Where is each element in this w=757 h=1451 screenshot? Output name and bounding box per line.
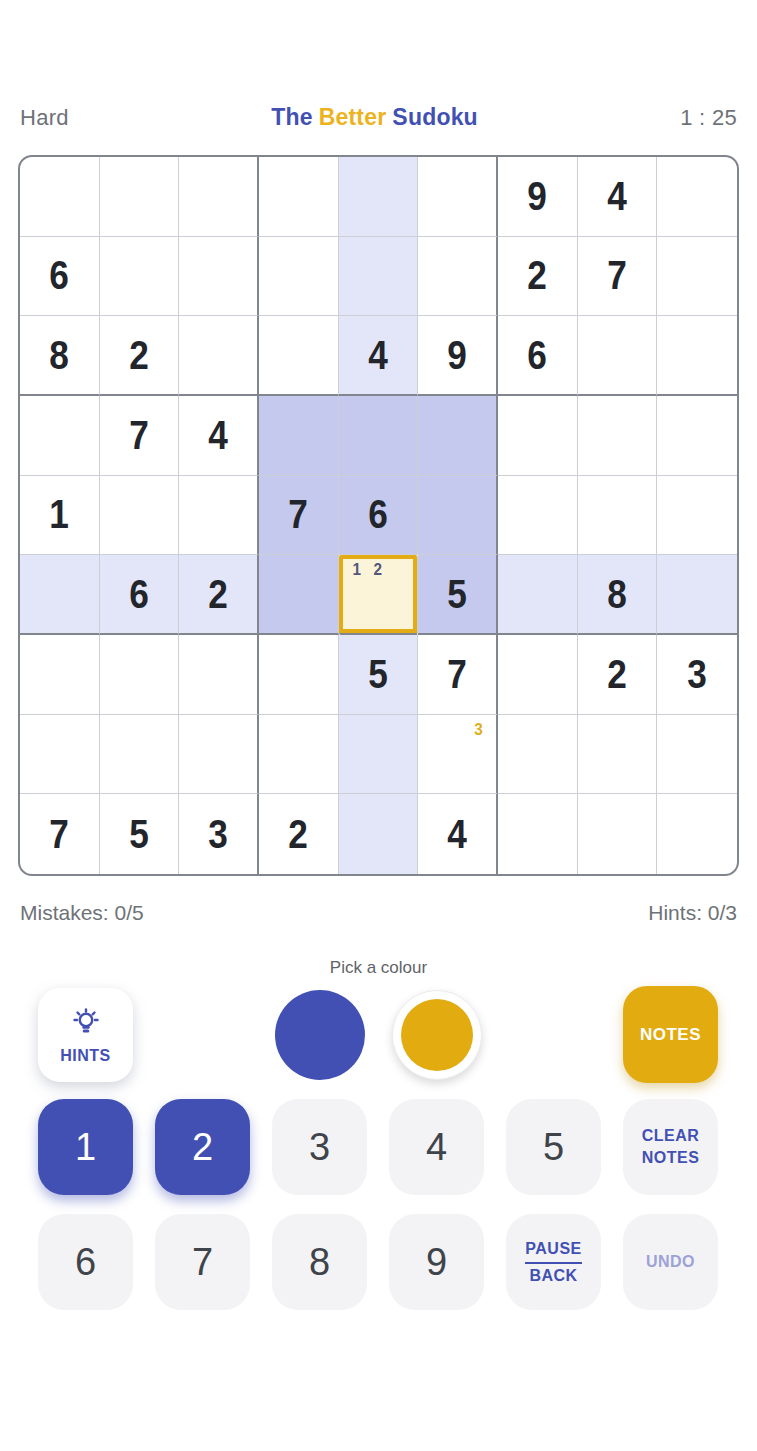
title-better: Better (319, 104, 387, 130)
numpad-7[interactable]: 7 (155, 1214, 250, 1310)
app-root: Hard TheBetterSudoku 1 : 25 946278249674… (0, 0, 757, 1451)
cell-value: 6 (129, 572, 149, 617)
cell-r1c7[interactable]: 9 (498, 157, 578, 237)
cell-r5c3[interactable] (179, 476, 259, 556)
numpad-5[interactable]: 5 (506, 1099, 601, 1195)
cell-r5c5[interactable]: 6 (339, 476, 419, 556)
cell-r7c7[interactable] (498, 635, 578, 715)
cell-value: 2 (528, 253, 548, 298)
cell-value: 4 (607, 174, 627, 219)
cell-value: 8 (607, 572, 627, 617)
cell-value: 7 (607, 253, 627, 298)
cell-r9c6[interactable]: 4 (418, 794, 498, 874)
cell-value: 3 (687, 652, 707, 697)
cell-r3c7[interactable]: 6 (498, 316, 578, 396)
cell-r4c6[interactable] (418, 396, 498, 476)
cell-r3c9[interactable] (657, 316, 737, 396)
cell-r4c7[interactable] (498, 396, 578, 476)
cell-r7c1[interactable] (20, 635, 100, 715)
hints-counter: Hints: 0/3 (648, 901, 737, 925)
numpad-8[interactable]: 8 (272, 1214, 367, 1310)
cell-r4c3[interactable]: 4 (179, 396, 259, 476)
colour-picker-label: Pick a colour (0, 958, 757, 978)
cell-r8c3[interactable] (179, 715, 259, 795)
cell-r5c6[interactable] (418, 476, 498, 556)
cell-r2c5[interactable] (339, 237, 419, 317)
cell-r4c4[interactable] (259, 396, 339, 476)
cell-r7c3[interactable] (179, 635, 259, 715)
cell-value: 9 (528, 174, 548, 219)
cell-r1c5[interactable] (339, 157, 419, 237)
cell-r8c6[interactable]: 3 (418, 715, 498, 795)
cell-r2c1[interactable]: 6 (20, 237, 100, 317)
cell-value: 5 (447, 572, 467, 617)
cell-r4c8[interactable] (578, 396, 658, 476)
numpad-4[interactable]: 4 (389, 1099, 484, 1195)
cell-value: 4 (208, 413, 228, 458)
cell-r7c5[interactable]: 5 (339, 635, 419, 715)
numpad-3[interactable]: 3 (272, 1099, 367, 1195)
cell-r3c1[interactable]: 8 (20, 316, 100, 396)
cell-r5c4[interactable]: 7 (259, 476, 339, 556)
cell-r2c9[interactable] (657, 237, 737, 317)
notes-button[interactable]: NOTES (623, 986, 718, 1083)
cell-r6c9[interactable] (657, 555, 737, 635)
cell-r1c8[interactable]: 4 (578, 157, 658, 237)
hints-button[interactable]: HINTS (38, 988, 133, 1082)
cell-value: 2 (129, 333, 149, 378)
cell-r6c5[interactable]: 12 (339, 555, 419, 635)
cell-r5c2[interactable] (100, 476, 180, 556)
colour-swatch-yellow-selected[interactable] (392, 990, 482, 1080)
cell-r2c7[interactable]: 2 (498, 237, 578, 317)
cell-r1c9[interactable] (657, 157, 737, 237)
cell-value: 7 (447, 652, 467, 697)
cell-r1c3[interactable] (179, 157, 259, 237)
cell-r3c8[interactable] (578, 316, 658, 396)
cell-value: 1 (50, 492, 70, 537)
back-label: BACK (529, 1267, 577, 1285)
cell-r9c5[interactable] (339, 794, 419, 874)
cell-r9c3[interactable]: 3 (179, 794, 259, 874)
cell-r5c7[interactable] (498, 476, 578, 556)
undo-button[interactable]: UNDO (623, 1214, 718, 1310)
cell-value: 5 (368, 652, 388, 697)
cell-r4c5[interactable] (339, 396, 419, 476)
cell-r2c3[interactable] (179, 237, 259, 317)
pause-back-button[interactable]: PAUSE BACK (506, 1214, 601, 1310)
pause-label: PAUSE (525, 1240, 581, 1264)
cell-r9c7[interactable] (498, 794, 578, 874)
cell-r6c6[interactable]: 5 (418, 555, 498, 635)
cell-value: 6 (528, 333, 548, 378)
title-the: The (271, 104, 313, 130)
cell-r3c3[interactable] (179, 316, 259, 396)
cell-r2c8[interactable]: 7 (578, 237, 658, 317)
cell-r1c1[interactable] (20, 157, 100, 237)
cell-r9c1[interactable]: 7 (20, 794, 100, 874)
cell-value: 7 (289, 492, 309, 537)
cell-r8c1[interactable] (20, 715, 100, 795)
cell-value: 6 (50, 253, 70, 298)
cell-value: 8 (50, 333, 70, 378)
cell-r7c2[interactable] (100, 635, 180, 715)
cell-r6c7[interactable] (498, 555, 578, 635)
title-sudoku: Sudoku (392, 104, 478, 130)
cell-r2c4[interactable] (259, 237, 339, 317)
colour-swatch-yellow-dot (401, 999, 473, 1071)
cell-r6c1[interactable] (20, 555, 100, 635)
cell-r1c6[interactable] (418, 157, 498, 237)
numpad-1[interactable]: 1 (38, 1099, 133, 1195)
cell-value: 6 (368, 492, 388, 537)
numpad-row-1: 12345CLEAR NOTES (38, 1099, 757, 1195)
cell-r8c2[interactable] (100, 715, 180, 795)
cell-r7c9[interactable]: 3 (657, 635, 737, 715)
cell-notes: 3 (425, 720, 489, 789)
cell-r3c4[interactable] (259, 316, 339, 396)
cell-r6c2[interactable]: 6 (100, 555, 180, 635)
cell-r3c2[interactable]: 2 (100, 316, 180, 396)
status-bar: Mistakes: 0/5 Hints: 0/3 (0, 901, 757, 925)
header: Hard TheBetterSudoku 1 : 25 (0, 104, 757, 131)
cell-value: 5 (129, 812, 149, 857)
cell-r4c1[interactable] (20, 396, 100, 476)
timer: 1 : 25 (680, 105, 737, 131)
cell-value: 9 (447, 333, 467, 378)
cell-value: 2 (208, 572, 228, 617)
mistakes-counter: Mistakes: 0/5 (20, 901, 144, 925)
numpad-2[interactable]: 2 (155, 1099, 250, 1195)
sudoku-board: 9462782496741766212585723375324 (18, 155, 739, 876)
cell-r7c8[interactable]: 2 (578, 635, 658, 715)
cell-r6c4[interactable] (259, 555, 339, 635)
cell-r1c2[interactable] (100, 157, 180, 237)
cell-r4c9[interactable] (657, 396, 737, 476)
cell-r5c1[interactable]: 1 (20, 476, 100, 556)
numpad-row-2: 6789 PAUSE BACK UNDO (38, 1214, 757, 1310)
cell-r8c7[interactable] (498, 715, 578, 795)
cell-value: 7 (50, 812, 70, 857)
cell-r3c5[interactable]: 4 (339, 316, 419, 396)
cell-r9c2[interactable]: 5 (100, 794, 180, 874)
difficulty-label: Hard (20, 105, 69, 131)
lightbulb-icon (68, 1005, 104, 1044)
cell-r2c2[interactable] (100, 237, 180, 317)
cell-value: 4 (447, 812, 467, 857)
cell-r6c3[interactable]: 2 (179, 555, 259, 635)
cell-r9c9[interactable] (657, 794, 737, 874)
cell-notes: 12 (346, 560, 411, 628)
cell-r9c4[interactable]: 2 (259, 794, 339, 874)
cell-r7c6[interactable]: 7 (418, 635, 498, 715)
cell-value: 7 (129, 413, 149, 458)
cell-r8c8[interactable] (578, 715, 658, 795)
numpad-9[interactable]: 9 (389, 1214, 484, 1310)
cell-r9c8[interactable] (578, 794, 658, 874)
cell-r4c2[interactable]: 7 (100, 396, 180, 476)
cell-r5c8[interactable] (578, 476, 658, 556)
cell-r1c4[interactable] (259, 157, 339, 237)
clear-notes-label: CLEAR NOTES (639, 1125, 703, 1170)
cell-r8c5[interactable] (339, 715, 419, 795)
cell-value: 2 (607, 652, 627, 697)
controls-row: HINTS NOTES (38, 986, 757, 1082)
page-title: TheBetterSudoku (271, 104, 478, 131)
cell-value: 3 (208, 812, 228, 857)
cell-r2c6[interactable] (418, 237, 498, 317)
clear-notes-button[interactable]: CLEAR NOTES (623, 1099, 718, 1195)
colour-swatch-blue[interactable] (275, 990, 365, 1080)
cell-r6c8[interactable]: 8 (578, 555, 658, 635)
cell-value: 4 (368, 333, 388, 378)
cell-r8c4[interactable] (259, 715, 339, 795)
cell-r8c9[interactable] (657, 715, 737, 795)
cell-r3c6[interactable]: 9 (418, 316, 498, 396)
cell-r5c9[interactable] (657, 476, 737, 556)
cell-r7c4[interactable] (259, 635, 339, 715)
numpad-6[interactable]: 6 (38, 1214, 133, 1310)
cell-value: 2 (289, 812, 309, 857)
hints-button-label: HINTS (60, 1047, 111, 1065)
